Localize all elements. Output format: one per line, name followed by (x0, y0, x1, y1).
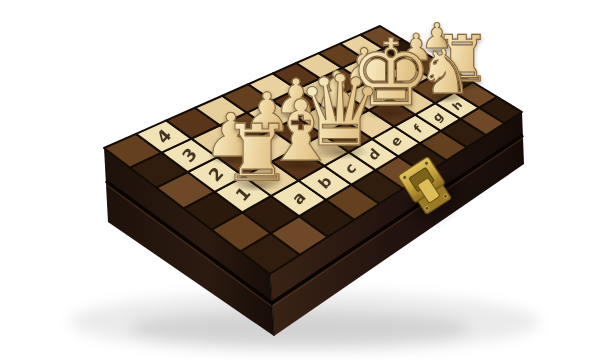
chess-box: abcdefgh1234 (0, 0, 600, 360)
product-photo-scene: abcdefgh1234 ♟♟♟♜♞♟♚♟♟♛♟♝♜ (0, 0, 600, 360)
